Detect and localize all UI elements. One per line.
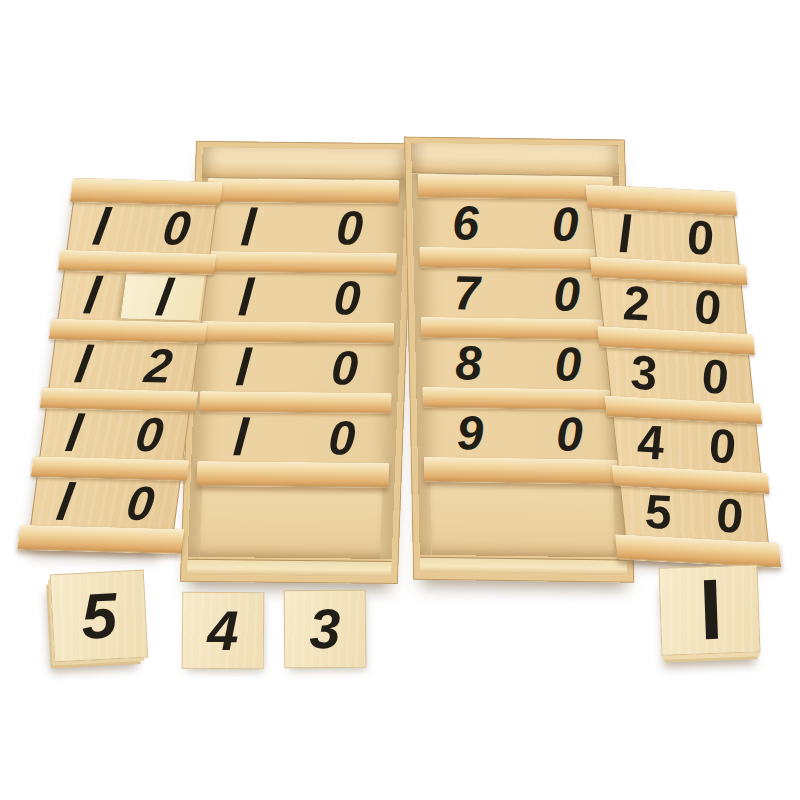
board-digit: 1 — [233, 343, 261, 391]
box-bottom-rim — [420, 557, 627, 576]
board-row: 50 — [621, 486, 768, 542]
board-digit: 0 — [713, 491, 745, 541]
board-row: 20 — [599, 278, 746, 334]
board-row: 10 — [68, 202, 216, 254]
board-row: 30 — [606, 347, 753, 403]
tile-digit: 1 — [688, 572, 732, 647]
wooden-slat — [204, 251, 397, 274]
wooden-slat — [424, 457, 620, 485]
wooden-slat — [49, 319, 208, 344]
board-row: 60 — [424, 198, 608, 250]
board-digit: 0 — [556, 410, 584, 458]
number-tile-3: 3 — [284, 590, 367, 669]
empty-board-section — [200, 486, 383, 559]
board-digit: 1 — [53, 478, 86, 527]
teen-board-in-box: 10101010 — [202, 178, 393, 488]
board-digit: 1 — [62, 409, 95, 458]
number-tile-5-stack: 5 — [50, 570, 148, 663]
board-digit: 0 — [133, 411, 166, 460]
board-digit: 0 — [335, 204, 363, 252]
wooden-slat — [70, 178, 223, 206]
board-row: 80 — [427, 338, 611, 390]
product-photo-stage: 1011121010 10101010 60708090 1020304050 … — [0, 0, 800, 800]
board-row: 10 — [208, 272, 390, 323]
board-digit: 5 — [642, 487, 674, 537]
wooden-slat — [421, 317, 616, 341]
wooden-slat — [422, 387, 617, 411]
box-top-wall — [411, 143, 619, 177]
wooden-slat — [196, 461, 389, 488]
board-digit: 1 — [89, 203, 122, 252]
board-digit: 3 — [628, 349, 660, 399]
board-row: 11 — [59, 271, 207, 323]
board-digit: 1 — [230, 413, 258, 461]
wooden-slat — [199, 391, 392, 414]
board-digit: 0 — [330, 344, 358, 392]
board-digit: 6 — [452, 199, 480, 247]
empty-board-section — [430, 482, 615, 558]
board-row: 10 — [592, 208, 739, 264]
board-digit: 4 — [635, 418, 667, 468]
number-tile-1-stack: 1 — [658, 564, 760, 655]
board-digit: 0 — [333, 274, 361, 322]
board-row: 10 — [206, 342, 388, 393]
board-digit: 1 — [613, 210, 645, 260]
wooden-slat — [31, 456, 190, 481]
board-digit: 0 — [699, 352, 731, 402]
wooden-slat — [207, 178, 400, 204]
board-digit: 0 — [554, 340, 582, 388]
board-digit: 0 — [706, 422, 738, 472]
board-row: 10 — [31, 477, 179, 529]
board-row: 12 — [49, 340, 197, 392]
wooden-slat — [202, 321, 395, 344]
tile-digit: 4 — [207, 602, 239, 658]
board-digit: 2 — [142, 342, 175, 391]
board-digit: 0 — [328, 414, 356, 462]
board-row: 90 — [429, 408, 613, 460]
board-digit: 0 — [684, 213, 716, 263]
board-row: 10 — [40, 408, 188, 460]
tile-digit: 5 — [80, 583, 119, 649]
wooden-slat — [418, 174, 613, 201]
board-digit: 0 — [160, 204, 193, 253]
box-interior: 10101010 — [188, 178, 406, 559]
board-row: 40 — [614, 417, 761, 473]
board-digit: 1 — [238, 203, 266, 251]
board-digit: 0 — [691, 283, 723, 333]
wooden-slat — [17, 525, 184, 554]
wooden-slat — [40, 387, 199, 412]
board-digit: 7 — [453, 269, 481, 317]
board-digit: 1 — [80, 271, 113, 320]
board-digit: 0 — [553, 270, 581, 318]
board-row: 10 — [203, 412, 385, 463]
board-digit: 1 — [235, 273, 263, 321]
box-top-wall — [202, 147, 407, 180]
number-tile-4: 4 — [182, 592, 265, 670]
board-digit: 8 — [455, 339, 483, 387]
board-row: 70 — [426, 268, 610, 320]
board-digit: 1 — [71, 340, 104, 389]
box-bottom-rim — [187, 559, 392, 577]
wooden-slat — [419, 247, 614, 271]
tile-digit: 3 — [309, 601, 341, 657]
wooden-slat — [58, 250, 217, 275]
board-digit: 2 — [620, 279, 652, 329]
ten-board-in-box: 60708090 — [424, 174, 613, 485]
board-digit: 9 — [456, 409, 484, 457]
board-digit: 0 — [124, 480, 157, 529]
board-row: 10 — [211, 202, 393, 253]
board-digit: 0 — [551, 200, 579, 248]
